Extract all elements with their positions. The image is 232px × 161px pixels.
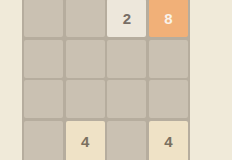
- 2048-board[interactable]: 2844: [22, 0, 190, 160]
- empty-cell: [107, 121, 146, 161]
- empty-cell: [24, 80, 63, 118]
- empty-cell: [149, 40, 188, 78]
- tile-4: 4: [66, 121, 105, 161]
- empty-cell: [24, 40, 63, 78]
- tile-4: 4: [149, 121, 188, 161]
- empty-cell: [66, 80, 105, 118]
- empty-cell: [66, 40, 105, 78]
- tile-2: 2: [107, 0, 146, 37]
- empty-cell: [107, 40, 146, 78]
- 2048-game-viewport: 2844: [0, 0, 232, 160]
- empty-cell: [24, 0, 63, 37]
- empty-cell: [107, 80, 146, 118]
- tile-8: 8: [149, 0, 188, 37]
- empty-cell: [24, 121, 63, 161]
- empty-cell: [149, 80, 188, 118]
- empty-cell: [66, 0, 105, 37]
